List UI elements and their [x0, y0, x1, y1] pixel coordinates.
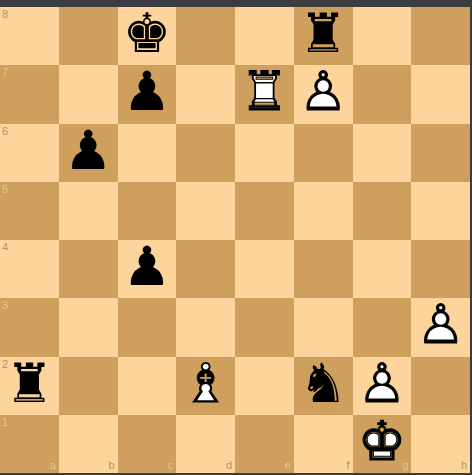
rank-label-8: 8 — [2, 9, 8, 20]
white-pawn: ♟♙ — [294, 65, 353, 123]
square-h6[interactable] — [411, 124, 470, 182]
square-g1[interactable]: g♚♔ — [353, 415, 412, 473]
black-rook: ♜ — [294, 7, 353, 65]
rank-label-1: 1 — [2, 417, 8, 428]
square-c1[interactable]: c — [118, 415, 177, 473]
square-d4[interactable] — [176, 240, 235, 298]
square-h5[interactable] — [411, 182, 470, 240]
white-king: ♚♔ — [353, 415, 412, 473]
square-d7[interactable] — [176, 65, 235, 123]
black-pawn: ♟ — [59, 124, 118, 182]
square-a1[interactable]: 1a — [0, 415, 59, 473]
square-a7[interactable]: 7 — [0, 65, 59, 123]
square-b8[interactable] — [59, 7, 118, 65]
square-c3[interactable] — [118, 298, 177, 356]
square-b5[interactable] — [59, 182, 118, 240]
rank-label-3: 3 — [2, 300, 8, 311]
rank-label-7: 7 — [2, 67, 8, 78]
file-label-f: f — [346, 460, 349, 471]
square-h4[interactable] — [411, 240, 470, 298]
square-a5[interactable]: 5 — [0, 182, 59, 240]
square-c8[interactable]: ♚ — [118, 7, 177, 65]
square-b2[interactable] — [59, 357, 118, 415]
square-a6[interactable]: 6 — [0, 124, 59, 182]
square-a8[interactable]: 8 — [0, 7, 59, 65]
square-g3[interactable] — [353, 298, 412, 356]
square-d8[interactable] — [176, 7, 235, 65]
square-e4[interactable] — [235, 240, 294, 298]
square-e2[interactable] — [235, 357, 294, 415]
square-d1[interactable]: d — [176, 415, 235, 473]
square-f8[interactable]: ♜ — [294, 7, 353, 65]
square-b1[interactable]: b — [59, 415, 118, 473]
file-label-c: c — [168, 460, 174, 471]
square-e5[interactable] — [235, 182, 294, 240]
square-d2[interactable]: ♝♗ — [176, 357, 235, 415]
square-e1[interactable]: e — [235, 415, 294, 473]
square-h2[interactable] — [411, 357, 470, 415]
square-c5[interactable] — [118, 182, 177, 240]
square-a4[interactable]: 4 — [0, 240, 59, 298]
file-label-h: h — [461, 460, 467, 471]
file-label-e: e — [285, 460, 291, 471]
square-d3[interactable] — [176, 298, 235, 356]
file-label-d: d — [226, 460, 232, 471]
square-a3[interactable]: 3 — [0, 298, 59, 356]
square-h1[interactable]: h — [411, 415, 470, 473]
square-h7[interactable] — [411, 65, 470, 123]
square-d6[interactable] — [176, 124, 235, 182]
square-f4[interactable] — [294, 240, 353, 298]
square-b7[interactable] — [59, 65, 118, 123]
square-e6[interactable] — [235, 124, 294, 182]
black-knight: ♞ — [294, 357, 353, 415]
square-b3[interactable] — [59, 298, 118, 356]
chess-board-frame: 8♚♜7♟♜♖♟♙6♟54♟3♟♙2♜♝♗♞♟♙1abcdefg♚♔h — [0, 0, 472, 475]
square-a2[interactable]: 2♜ — [0, 357, 59, 415]
square-f6[interactable] — [294, 124, 353, 182]
chess-board: 8♚♜7♟♜♖♟♙6♟54♟3♟♙2♜♝♗♞♟♙1abcdefg♚♔h — [0, 7, 470, 473]
white-pawn: ♟♙ — [411, 298, 470, 356]
square-e7[interactable]: ♜♖ — [235, 65, 294, 123]
black-pawn: ♟ — [118, 240, 177, 298]
white-pawn: ♟♙ — [353, 357, 412, 415]
square-g6[interactable] — [353, 124, 412, 182]
square-b4[interactable] — [59, 240, 118, 298]
square-g2[interactable]: ♟♙ — [353, 357, 412, 415]
white-bishop: ♝♗ — [176, 357, 235, 415]
square-d5[interactable] — [176, 182, 235, 240]
square-c4[interactable]: ♟ — [118, 240, 177, 298]
white-rook: ♜♖ — [235, 65, 294, 123]
black-rook: ♜ — [0, 357, 59, 415]
square-e3[interactable] — [235, 298, 294, 356]
rank-label-5: 5 — [2, 184, 8, 195]
black-king: ♚ — [118, 7, 177, 65]
square-f7[interactable]: ♟♙ — [294, 65, 353, 123]
square-g5[interactable] — [353, 182, 412, 240]
square-f3[interactable] — [294, 298, 353, 356]
square-g4[interactable] — [353, 240, 412, 298]
square-g8[interactable] — [353, 7, 412, 65]
rank-label-4: 4 — [2, 242, 8, 253]
square-c2[interactable] — [118, 357, 177, 415]
black-pawn: ♟ — [118, 65, 177, 123]
square-c6[interactable] — [118, 124, 177, 182]
square-h8[interactable] — [411, 7, 470, 65]
square-e8[interactable] — [235, 7, 294, 65]
square-f2[interactable]: ♞ — [294, 357, 353, 415]
rank-label-6: 6 — [2, 126, 8, 137]
square-g7[interactable] — [353, 65, 412, 123]
square-h3[interactable]: ♟♙ — [411, 298, 470, 356]
square-b6[interactable]: ♟ — [59, 124, 118, 182]
file-label-b: b — [108, 460, 114, 471]
square-f5[interactable] — [294, 182, 353, 240]
file-label-a: a — [50, 460, 56, 471]
square-f1[interactable]: f — [294, 415, 353, 473]
square-c7[interactable]: ♟ — [118, 65, 177, 123]
